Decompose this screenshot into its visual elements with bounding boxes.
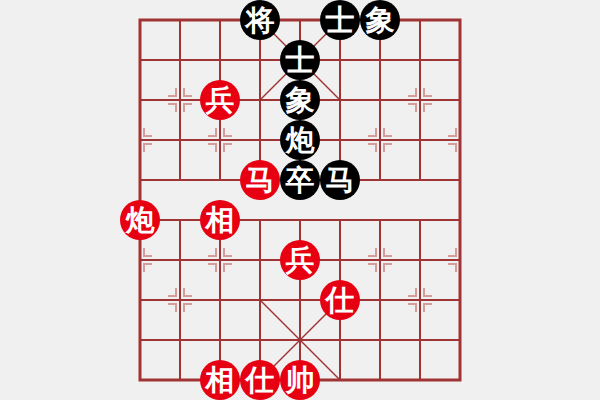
piece-red-advisor[interactable]: 仕: [320, 280, 360, 320]
xiangqi-screenshot: 将士象士兵象炮马卒马炮相兵仕相仕帅: [0, 0, 600, 400]
piece-red-cannon[interactable]: 炮: [120, 200, 160, 240]
piece-red-soldier[interactable]: 兵: [280, 240, 320, 280]
piece-black-advisor[interactable]: 士: [320, 0, 360, 40]
piece-black-advisor[interactable]: 士: [280, 40, 320, 80]
piece-black-horse[interactable]: 马: [320, 160, 360, 200]
piece-red-horse[interactable]: 马: [240, 160, 280, 200]
piece-black-cannon[interactable]: 炮: [280, 120, 320, 160]
piece-red-elephant[interactable]: 相: [200, 360, 240, 400]
piece-black-soldier[interactable]: 卒: [280, 160, 320, 200]
piece-black-elephant[interactable]: 象: [280, 80, 320, 120]
piece-red-soldier[interactable]: 兵: [200, 80, 240, 120]
piece-red-elephant[interactable]: 相: [200, 200, 240, 240]
piece-red-general[interactable]: 帅: [280, 360, 320, 400]
xiangqi-board[interactable]: 将士象士兵象炮马卒马炮相兵仕相仕帅: [120, 0, 480, 400]
piece-red-advisor[interactable]: 仕: [240, 360, 280, 400]
piece-black-elephant[interactable]: 象: [360, 0, 400, 40]
piece-black-general[interactable]: 将: [240, 0, 280, 40]
